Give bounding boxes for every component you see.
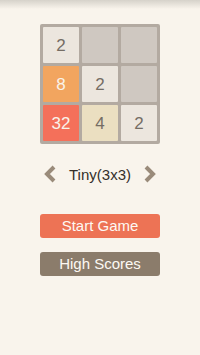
tile-8: 8 xyxy=(43,66,79,102)
empty-cell xyxy=(121,27,157,63)
statusbar-shadow xyxy=(0,0,200,9)
empty-cell xyxy=(82,27,118,63)
tile-4: 4 xyxy=(82,105,118,141)
chevron-right-icon xyxy=(143,165,157,183)
tile-2: 2 xyxy=(121,105,157,141)
high-scores-button[interactable]: High Scores xyxy=(40,252,160,276)
prev-size-button[interactable] xyxy=(41,165,59,183)
board-size-selector: Tiny(3x3) xyxy=(40,163,160,185)
board-size-label: Tiny(3x3) xyxy=(69,166,131,183)
app-screen: 2823242 Tiny(3x3) Start Game High Scores xyxy=(0,0,200,355)
start-game-button[interactable]: Start Game xyxy=(40,214,160,238)
tile-2: 2 xyxy=(82,66,118,102)
chevron-left-icon xyxy=(43,165,57,183)
next-size-button[interactable] xyxy=(141,165,159,183)
tile-32: 32 xyxy=(43,105,79,141)
tile-2: 2 xyxy=(43,27,79,63)
empty-cell xyxy=(121,66,157,102)
game-board: 2823242 xyxy=(40,24,160,144)
